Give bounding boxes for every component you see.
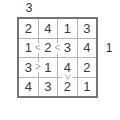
- down-chevron-sign-icon-r3c3: >: [62, 73, 72, 81]
- skyscraper-clue-top-col1: 3: [23, 2, 35, 14]
- cell-r1c1[interactable]: 2: [19, 19, 38, 38]
- puzzle-board: 2413123431424321: [17, 17, 98, 98]
- cell-r1c4[interactable]: 3: [78, 19, 97, 38]
- cell-r1c2[interactable]: 4: [39, 19, 58, 38]
- cell-r4c2[interactable]: 3: [39, 78, 58, 97]
- skyscraper-clue-right-row2: 1: [103, 42, 115, 54]
- greater-than-sign-icon-r3c1: >: [34, 62, 42, 72]
- less-than-sign-icon-r2c1: <: [34, 43, 42, 53]
- cell-r4c4[interactable]: 1: [78, 78, 97, 97]
- cell-r2c4[interactable]: 4: [78, 39, 97, 58]
- cell-r1c3[interactable]: 1: [58, 19, 77, 38]
- less-than-sign-icon-r2c2: <: [54, 43, 62, 53]
- cell-r3c4[interactable]: 2: [78, 58, 97, 77]
- cell-r4c1[interactable]: 4: [19, 78, 38, 97]
